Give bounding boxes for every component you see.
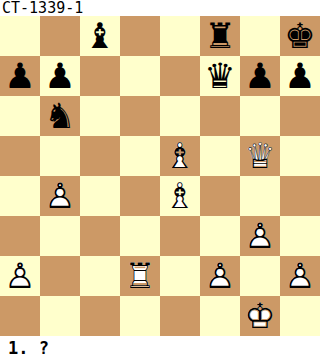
piece-black-king: ♚ — [280, 16, 320, 56]
square-b1[interactable] — [40, 296, 80, 336]
square-c1[interactable] — [80, 296, 120, 336]
square-h8[interactable]: ♚ — [280, 16, 320, 56]
square-h3[interactable] — [280, 216, 320, 256]
piece-white-pawn: ♟♙ — [240, 216, 280, 256]
square-a1[interactable] — [0, 296, 40, 336]
square-e8[interactable] — [160, 16, 200, 56]
square-d6[interactable] — [120, 96, 160, 136]
square-f4[interactable] — [200, 176, 240, 216]
square-a3[interactable] — [0, 216, 40, 256]
square-b6[interactable]: ♞ — [40, 96, 80, 136]
piece-black-queen: ♛ — [200, 56, 240, 96]
square-h5[interactable] — [280, 136, 320, 176]
square-f2[interactable]: ♟♙ — [200, 256, 240, 296]
piece-white-bishop: ♝♗ — [160, 136, 200, 176]
square-b5[interactable] — [40, 136, 80, 176]
square-e5[interactable]: ♝♗ — [160, 136, 200, 176]
square-g6[interactable] — [240, 96, 280, 136]
piece-black-pawn: ♟ — [240, 56, 280, 96]
square-f6[interactable] — [200, 96, 240, 136]
square-b4[interactable]: ♟♙ — [40, 176, 80, 216]
piece-white-rook: ♜♖ — [120, 256, 160, 296]
square-d2[interactable]: ♜♖ — [120, 256, 160, 296]
square-g5[interactable]: ♛♕ — [240, 136, 280, 176]
piece-black-bishop: ♝ — [80, 16, 120, 56]
square-d5[interactable] — [120, 136, 160, 176]
square-a7[interactable]: ♟ — [0, 56, 40, 96]
square-g2[interactable] — [240, 256, 280, 296]
piece-black-pawn: ♟ — [0, 56, 40, 96]
square-a8[interactable] — [0, 16, 40, 56]
square-d1[interactable] — [120, 296, 160, 336]
square-e2[interactable] — [160, 256, 200, 296]
square-h1[interactable] — [280, 296, 320, 336]
square-f7[interactable]: ♛ — [200, 56, 240, 96]
square-h7[interactable]: ♟ — [280, 56, 320, 96]
piece-black-knight: ♞ — [40, 96, 80, 136]
piece-black-rook: ♜ — [200, 16, 240, 56]
square-b2[interactable] — [40, 256, 80, 296]
square-a2[interactable]: ♟♙ — [0, 256, 40, 296]
square-h6[interactable] — [280, 96, 320, 136]
square-f5[interactable] — [200, 136, 240, 176]
square-c2[interactable] — [80, 256, 120, 296]
square-c7[interactable] — [80, 56, 120, 96]
square-a5[interactable] — [0, 136, 40, 176]
square-g7[interactable]: ♟ — [240, 56, 280, 96]
square-g4[interactable] — [240, 176, 280, 216]
square-b8[interactable] — [40, 16, 80, 56]
piece-white-king: ♚♔ — [240, 296, 280, 336]
square-d8[interactable] — [120, 16, 160, 56]
chess-puzzle-page: CT-1339-1 ♝♜♚♟♟♛♟♟♞♝♗♛♕♟♙♝♗♟♙♟♙♜♖♟♙♟♙♚♔ … — [0, 0, 320, 360]
square-a4[interactable] — [0, 176, 40, 216]
piece-white-pawn: ♟♙ — [280, 256, 320, 296]
puzzle-title: CT-1339-1 — [0, 0, 320, 16]
square-c5[interactable] — [80, 136, 120, 176]
piece-white-bishop: ♝♗ — [160, 176, 200, 216]
square-g3[interactable]: ♟♙ — [240, 216, 280, 256]
square-g8[interactable] — [240, 16, 280, 56]
square-b3[interactable] — [40, 216, 80, 256]
piece-white-queen: ♛♕ — [240, 136, 280, 176]
square-g1[interactable]: ♚♔ — [240, 296, 280, 336]
square-h4[interactable] — [280, 176, 320, 216]
piece-white-pawn: ♟♙ — [40, 176, 80, 216]
square-c3[interactable] — [80, 216, 120, 256]
square-e7[interactable] — [160, 56, 200, 96]
square-h2[interactable]: ♟♙ — [280, 256, 320, 296]
square-b7[interactable]: ♟ — [40, 56, 80, 96]
piece-black-pawn: ♟ — [280, 56, 320, 96]
square-f8[interactable]: ♜ — [200, 16, 240, 56]
piece-black-pawn: ♟ — [40, 56, 80, 96]
square-f3[interactable] — [200, 216, 240, 256]
square-c4[interactable] — [80, 176, 120, 216]
square-e4[interactable]: ♝♗ — [160, 176, 200, 216]
piece-white-pawn: ♟♙ — [200, 256, 240, 296]
square-d3[interactable] — [120, 216, 160, 256]
square-e1[interactable] — [160, 296, 200, 336]
square-d4[interactable] — [120, 176, 160, 216]
piece-white-pawn: ♟♙ — [0, 256, 40, 296]
square-a6[interactable] — [0, 96, 40, 136]
chess-board: ♝♜♚♟♟♛♟♟♞♝♗♛♕♟♙♝♗♟♙♟♙♜♖♟♙♟♙♚♔ — [0, 16, 320, 336]
square-f1[interactable] — [200, 296, 240, 336]
move-prompt: 1. ? — [0, 336, 320, 358]
square-d7[interactable] — [120, 56, 160, 96]
square-e3[interactable] — [160, 216, 200, 256]
square-e6[interactable] — [160, 96, 200, 136]
square-c8[interactable]: ♝ — [80, 16, 120, 56]
square-c6[interactable] — [80, 96, 120, 136]
